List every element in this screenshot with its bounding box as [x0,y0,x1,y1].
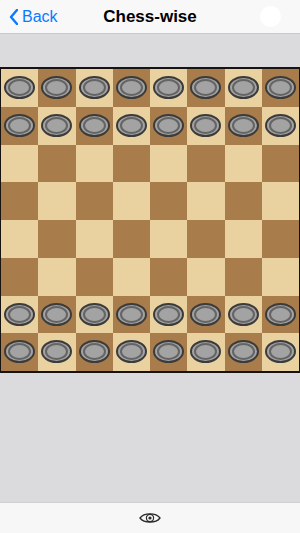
square-g4[interactable] [225,220,262,258]
square-b8[interactable] [38,69,75,107]
square-d3[interactable] [113,258,150,296]
square-h5[interactable] [262,182,299,220]
square-f2[interactable] [187,296,224,334]
square-e1[interactable] [150,333,187,371]
square-c2[interactable] [76,296,113,334]
square-c8[interactable] [76,69,113,107]
checker-piece[interactable] [4,340,35,363]
checker-piece[interactable] [153,76,184,99]
bottom-toolbar [0,502,300,533]
square-a3[interactable] [1,258,38,296]
square-c7[interactable] [76,107,113,145]
square-b7[interactable] [38,107,75,145]
checker-piece[interactable] [228,303,259,326]
square-a4[interactable] [1,220,38,258]
square-d7[interactable] [113,107,150,145]
square-e3[interactable] [150,258,187,296]
square-h6[interactable] [262,145,299,183]
square-c5[interactable] [76,182,113,220]
square-f7[interactable] [187,107,224,145]
square-h8[interactable] [262,69,299,107]
square-d4[interactable] [113,220,150,258]
checker-piece[interactable] [190,303,221,326]
square-h3[interactable] [262,258,299,296]
square-e5[interactable] [150,182,187,220]
checker-piece[interactable] [265,76,296,99]
checker-piece[interactable] [265,340,296,363]
square-c1[interactable] [76,333,113,371]
square-f3[interactable] [187,258,224,296]
square-d6[interactable] [113,145,150,183]
checker-piece[interactable] [116,303,147,326]
checker-piece[interactable] [79,76,110,99]
square-b3[interactable] [38,258,75,296]
square-b6[interactable] [38,145,75,183]
checker-piece[interactable] [228,76,259,99]
checker-piece[interactable] [116,76,147,99]
checker-piece[interactable] [41,76,72,99]
square-c6[interactable] [76,145,113,183]
square-g5[interactable] [225,182,262,220]
square-f6[interactable] [187,145,224,183]
square-a6[interactable] [1,145,38,183]
square-d2[interactable] [113,296,150,334]
square-e2[interactable] [150,296,187,334]
square-f8[interactable] [187,69,224,107]
checker-piece[interactable] [190,76,221,99]
checker-piece[interactable] [228,114,259,137]
square-h7[interactable] [262,107,299,145]
checker-piece[interactable] [41,303,72,326]
square-g2[interactable] [225,296,262,334]
square-a8[interactable] [1,69,38,107]
checker-piece[interactable] [190,114,221,137]
square-f4[interactable] [187,220,224,258]
square-a5[interactable] [1,182,38,220]
square-c4[interactable] [76,220,113,258]
checker-piece[interactable] [4,76,35,99]
square-g7[interactable] [225,107,262,145]
eye-icon [138,510,162,526]
checker-piece[interactable] [79,114,110,137]
checker-piece[interactable] [79,340,110,363]
square-b1[interactable] [38,333,75,371]
square-c3[interactable] [76,258,113,296]
square-g1[interactable] [225,333,262,371]
square-g8[interactable] [225,69,262,107]
square-e6[interactable] [150,145,187,183]
checker-piece[interactable] [153,340,184,363]
square-h2[interactable] [262,296,299,334]
checker-piece[interactable] [153,114,184,137]
checker-piece[interactable] [265,114,296,137]
page-title: Chess-wise [0,0,300,33]
square-h4[interactable] [262,220,299,258]
checker-piece[interactable] [79,303,110,326]
square-e4[interactable] [150,220,187,258]
square-g6[interactable] [225,145,262,183]
checker-piece[interactable] [116,340,147,363]
checker-piece[interactable] [116,114,147,137]
show-hide-button[interactable] [128,508,172,528]
square-b5[interactable] [38,182,75,220]
square-h1[interactable] [262,333,299,371]
app-screen: Back Chess-wise [0,0,300,533]
nav-bar: Back Chess-wise [0,0,300,34]
square-d8[interactable] [113,69,150,107]
square-e7[interactable] [150,107,187,145]
checker-piece[interactable] [265,303,296,326]
checker-piece[interactable] [4,303,35,326]
checker-piece[interactable] [41,114,72,137]
square-a7[interactable] [1,107,38,145]
square-g3[interactable] [225,258,262,296]
square-b4[interactable] [38,220,75,258]
checker-piece[interactable] [4,114,35,137]
checker-piece[interactable] [153,303,184,326]
checker-piece[interactable] [41,340,72,363]
square-b2[interactable] [38,296,75,334]
square-a2[interactable] [1,296,38,334]
square-d1[interactable] [113,333,150,371]
checker-piece[interactable] [228,340,259,363]
square-e8[interactable] [150,69,187,107]
square-f1[interactable] [187,333,224,371]
checker-piece[interactable] [190,340,221,363]
board [0,67,300,373]
square-a1[interactable] [1,333,38,371]
square-d5[interactable] [113,182,150,220]
player-color-indicator[interactable] [260,6,281,27]
square-f5[interactable] [187,182,224,220]
